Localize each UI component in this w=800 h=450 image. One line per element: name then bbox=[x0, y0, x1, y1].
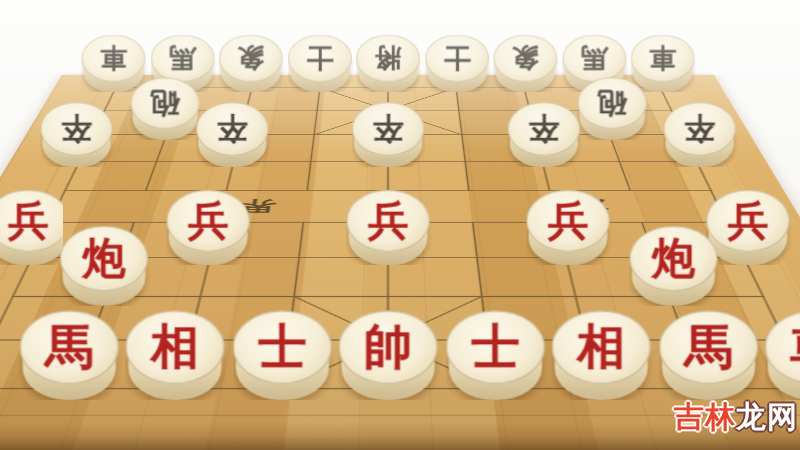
piece-glyph: 車 bbox=[649, 45, 676, 72]
piece-glyph: 帥 bbox=[364, 323, 412, 371]
piece-black-砲[interactable]: 砲 bbox=[130, 77, 199, 140]
piece-glyph: 卒 bbox=[529, 113, 559, 143]
piece-top-face: 炮 bbox=[628, 225, 716, 291]
xiangqi-photo-scene: 漢界 楚河 車馬象士將士象馬車砲砲卒卒卒卒卒兵兵兵兵兵炮炮車馬相士帥士相馬車 吉… bbox=[0, 0, 800, 450]
piece-glyph: 兵 bbox=[8, 200, 49, 241]
piece-glyph: 兵 bbox=[368, 200, 409, 241]
piece-glyph: 車 bbox=[100, 45, 127, 72]
piece-glyph: 車 bbox=[790, 323, 800, 371]
intersection-r7-f7[interactable]: 兵 bbox=[517, 235, 615, 272]
intersection-r10-f6[interactable]: 士 bbox=[439, 358, 550, 409]
intersection-r4-f5[interactable]: 卒 bbox=[349, 145, 427, 173]
piece-glyph: 士 bbox=[257, 323, 305, 371]
piece-glyph: 馬 bbox=[44, 323, 92, 371]
piece-top-face: 車 bbox=[631, 35, 695, 82]
piece-top-face: 卒 bbox=[196, 102, 269, 156]
piece-red-兵[interactable]: 兵 bbox=[706, 190, 790, 266]
intersection-r4-f9[interactable]: 卒 bbox=[651, 145, 741, 173]
intersection-r10-f3[interactable]: 相 bbox=[119, 358, 236, 409]
intersection-r8-f8[interactable]: 炮 bbox=[615, 272, 723, 313]
piece-top-face: 士 bbox=[232, 310, 331, 384]
piece-top-face: 相 bbox=[551, 310, 650, 384]
intersection-r8-f2[interactable]: 炮 bbox=[53, 272, 161, 313]
piece-top-face: 象 bbox=[493, 35, 557, 82]
watermark-text-white: 龙网 bbox=[736, 400, 798, 433]
intersection-r10-f7[interactable]: 相 bbox=[540, 358, 657, 409]
intersection-r1-f3[interactable]: 象 bbox=[215, 75, 288, 96]
piece-top-face: 卒 bbox=[40, 102, 113, 156]
piece-glyph: 士 bbox=[306, 45, 333, 72]
piece-top-face: 帥 bbox=[338, 310, 437, 384]
piece-top-face: 馬 bbox=[562, 35, 626, 82]
piece-top-face: 馬 bbox=[150, 35, 214, 82]
pieces-grid: 車馬象士將士象馬車砲砲卒卒卒卒卒兵兵兵兵兵炮炮車馬相士帥士相馬車 bbox=[0, 75, 800, 409]
piece-red-馬[interactable]: 馬 bbox=[19, 310, 118, 400]
piece-glyph: 將 bbox=[375, 45, 402, 72]
intersection-r3-f8[interactable]: 砲 bbox=[568, 119, 651, 144]
piece-red-相[interactable]: 相 bbox=[551, 310, 650, 400]
piece-black-卒[interactable]: 卒 bbox=[663, 102, 736, 168]
xiangqi-board[interactable]: 漢界 楚河 車馬象士將士象馬車砲砲卒卒卒卒卒兵兵兵兵兵炮炮車馬相士帥士相馬車 bbox=[0, 75, 800, 450]
piece-red-士[interactable]: 士 bbox=[232, 310, 331, 400]
piece-red-兵[interactable]: 兵 bbox=[526, 190, 610, 266]
piece-top-face: 馬 bbox=[658, 310, 757, 384]
piece-black-象[interactable]: 象 bbox=[219, 35, 283, 93]
piece-black-卒[interactable]: 卒 bbox=[196, 102, 269, 168]
piece-top-face: 相 bbox=[125, 310, 224, 384]
piece-glyph: 卒 bbox=[373, 113, 403, 143]
piece-black-將[interactable]: 將 bbox=[356, 35, 420, 93]
piece-red-車[interactable]: 車 bbox=[764, 310, 800, 400]
piece-top-face: 車 bbox=[81, 35, 145, 82]
piece-glyph: 卒 bbox=[684, 113, 714, 143]
intersection-r10-f5[interactable]: 帥 bbox=[334, 358, 442, 409]
piece-top-face: 馬 bbox=[19, 310, 118, 384]
intersection-r4-f1[interactable]: 卒 bbox=[35, 145, 125, 173]
piece-top-face: 士 bbox=[425, 35, 489, 82]
intersection-r1-f7[interactable]: 象 bbox=[488, 75, 561, 96]
intersection-r1-f6[interactable]: 士 bbox=[421, 75, 491, 96]
piece-glyph: 士 bbox=[443, 45, 470, 72]
piece-black-卒[interactable]: 卒 bbox=[352, 102, 425, 168]
piece-glyph: 炮 bbox=[82, 237, 125, 280]
piece-red-炮[interactable]: 炮 bbox=[59, 225, 147, 305]
piece-red-相[interactable]: 相 bbox=[125, 310, 224, 400]
piece-glyph: 士 bbox=[470, 323, 518, 371]
intersection-r10-f2[interactable]: 馬 bbox=[11, 358, 134, 409]
intersection-r7-f5[interactable]: 兵 bbox=[343, 235, 434, 272]
piece-glyph: 砲 bbox=[597, 89, 626, 118]
piece-red-帥[interactable]: 帥 bbox=[338, 310, 437, 400]
piece-black-卒[interactable]: 卒 bbox=[507, 102, 580, 168]
piece-glyph: 兵 bbox=[728, 200, 769, 241]
piece-glyph: 馬 bbox=[580, 45, 607, 72]
piece-glyph: 相 bbox=[151, 323, 199, 371]
piece-glyph: 炮 bbox=[651, 237, 694, 280]
piece-red-炮[interactable]: 炮 bbox=[628, 225, 716, 305]
piece-red-馬[interactable]: 馬 bbox=[658, 310, 757, 400]
piece-top-face: 兵 bbox=[706, 190, 790, 252]
piece-top-face: 砲 bbox=[130, 77, 199, 129]
piece-top-face: 士 bbox=[445, 310, 544, 384]
piece-red-兵[interactable]: 兵 bbox=[166, 190, 250, 266]
intersection-r4-f3[interactable]: 卒 bbox=[192, 145, 276, 173]
piece-top-face: 兵 bbox=[346, 190, 430, 252]
piece-glyph: 兵 bbox=[548, 200, 589, 241]
piece-top-face: 卒 bbox=[663, 102, 736, 156]
piece-glyph: 相 bbox=[577, 323, 625, 371]
piece-black-士[interactable]: 士 bbox=[287, 35, 351, 93]
board-3d-wrapper: 漢界 楚河 車馬象士將士象馬車砲砲卒卒卒卒卒兵兵兵兵兵炮炮車馬相士帥士相馬車 bbox=[0, 0, 800, 450]
piece-glyph: 卒 bbox=[217, 113, 247, 143]
watermark-text-red: 吉林 bbox=[674, 400, 736, 433]
piece-top-face: 兵 bbox=[166, 190, 250, 252]
piece-top-face: 砲 bbox=[577, 77, 646, 129]
piece-glyph: 砲 bbox=[150, 89, 179, 118]
piece-top-face: 象 bbox=[219, 35, 283, 82]
intersection-r4-f7[interactable]: 卒 bbox=[501, 145, 585, 173]
piece-black-士[interactable]: 士 bbox=[425, 35, 489, 93]
piece-red-車[interactable]: 車 bbox=[0, 310, 12, 400]
piece-top-face: 炮 bbox=[59, 225, 147, 291]
piece-black-卒[interactable]: 卒 bbox=[40, 102, 113, 168]
piece-red-兵[interactable]: 兵 bbox=[346, 190, 430, 266]
intersection-r7-f3[interactable]: 兵 bbox=[161, 235, 259, 272]
piece-top-face: 兵 bbox=[526, 190, 610, 252]
watermark: 吉林龙网 bbox=[674, 397, 798, 438]
piece-red-士[interactable]: 士 bbox=[445, 310, 544, 400]
piece-top-face: 卒 bbox=[352, 102, 425, 156]
piece-glyph: 象 bbox=[237, 45, 264, 72]
intersection-r1-f4[interactable]: 士 bbox=[284, 75, 354, 96]
piece-glyph: 馬 bbox=[684, 323, 732, 371]
intersection-r10-f4[interactable]: 士 bbox=[227, 358, 338, 409]
piece-black-象[interactable]: 象 bbox=[493, 35, 557, 93]
piece-glyph: 卒 bbox=[61, 113, 91, 143]
piece-top-face: 卒 bbox=[507, 102, 580, 156]
piece-glyph: 象 bbox=[512, 45, 539, 72]
intersection-r1-f5[interactable]: 將 bbox=[353, 75, 422, 96]
piece-top-face: 士 bbox=[287, 35, 351, 82]
piece-glyph: 兵 bbox=[188, 200, 229, 241]
piece-black-砲[interactable]: 砲 bbox=[577, 77, 646, 140]
piece-top-face: 將 bbox=[356, 35, 420, 82]
piece-glyph: 馬 bbox=[169, 45, 196, 72]
